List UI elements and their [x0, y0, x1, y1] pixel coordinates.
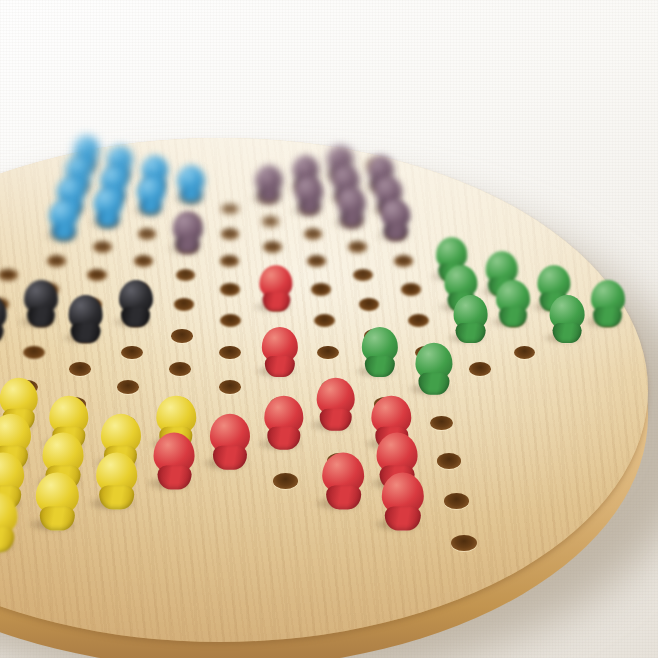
hole[interactable]	[437, 453, 462, 468]
peg-body	[213, 446, 247, 469]
hole[interactable]	[469, 362, 491, 376]
chinese-checkers-photo	[0, 0, 658, 658]
hole[interactable]	[359, 298, 380, 311]
hole[interactable]	[138, 228, 156, 239]
peg-yellow[interactable]	[36, 472, 78, 531]
hole[interactable]	[317, 346, 339, 360]
peg-red[interactable]	[264, 396, 303, 450]
peg-body	[552, 323, 581, 343]
hole[interactable]	[117, 380, 140, 394]
hole[interactable]	[273, 473, 298, 489]
hole[interactable]	[219, 346, 241, 360]
hole[interactable]	[394, 255, 413, 267]
peg-green[interactable]	[550, 295, 585, 343]
hole[interactable]	[69, 362, 91, 376]
hole[interactable]	[314, 314, 335, 327]
hole[interactable]	[311, 283, 331, 295]
peg-body	[384, 223, 409, 240]
hole[interactable]	[221, 204, 238, 215]
peg-body	[157, 466, 191, 490]
hole[interactable]	[220, 255, 239, 267]
peg-red[interactable]	[322, 452, 364, 510]
hole[interactable]	[87, 269, 107, 281]
peg-purple[interactable]	[255, 166, 282, 203]
peg-red[interactable]	[262, 327, 298, 377]
hole[interactable]	[304, 228, 322, 239]
peg-black[interactable]	[68, 295, 103, 343]
hole[interactable]	[221, 228, 239, 239]
hole[interactable]	[169, 362, 191, 376]
peg-body	[71, 323, 100, 343]
peg-body	[456, 323, 485, 343]
peg-green[interactable]	[453, 295, 488, 343]
peg-blue[interactable]	[137, 176, 165, 214]
peg-purple[interactable]	[172, 212, 202, 254]
peg-body	[385, 506, 421, 531]
peg-body	[265, 356, 295, 377]
peg-red[interactable]	[154, 433, 195, 489]
peg-body	[593, 307, 622, 327]
peg-body	[139, 199, 162, 215]
peg-body	[0, 527, 14, 552]
peg-purple[interactable]	[381, 200, 410, 241]
peg-red[interactable]	[381, 472, 423, 531]
peg-green[interactable]	[415, 343, 452, 394]
board-cells	[0, 0, 658, 658]
peg-body	[418, 373, 449, 395]
peg-red[interactable]	[210, 414, 250, 469]
peg-body	[365, 356, 395, 377]
peg-blue[interactable]	[49, 200, 78, 241]
peg-blue[interactable]	[178, 166, 205, 203]
peg-body	[99, 486, 134, 510]
peg-body	[298, 199, 321, 215]
peg-body	[180, 187, 203, 203]
peg-yellow[interactable]	[96, 452, 138, 510]
peg-red[interactable]	[260, 265, 293, 311]
hole[interactable]	[348, 241, 367, 253]
peg-purple[interactable]	[338, 188, 367, 227]
hole[interactable]	[171, 329, 193, 342]
peg-black[interactable]	[119, 280, 153, 327]
hole[interactable]	[176, 269, 196, 281]
hole[interactable]	[307, 255, 326, 267]
hole[interactable]	[408, 314, 429, 327]
hole[interactable]	[401, 283, 421, 295]
peg-green[interactable]	[496, 280, 530, 327]
peg-body	[39, 506, 75, 531]
peg-body	[27, 307, 56, 327]
hole[interactable]	[514, 346, 536, 360]
peg-body	[52, 223, 77, 240]
hole[interactable]	[220, 283, 240, 295]
peg-blue[interactable]	[94, 188, 123, 227]
hole[interactable]	[0, 269, 18, 281]
peg-green[interactable]	[591, 280, 625, 327]
hole[interactable]	[121, 346, 143, 360]
peg-black[interactable]	[24, 280, 58, 327]
peg-body	[319, 409, 351, 431]
peg-green[interactable]	[362, 327, 398, 377]
peg-body	[257, 187, 280, 203]
hole[interactable]	[263, 241, 282, 253]
peg-body	[175, 236, 200, 254]
hole[interactable]	[262, 216, 280, 227]
peg-body	[326, 486, 361, 510]
peg-body	[96, 211, 120, 228]
hole[interactable]	[444, 493, 470, 509]
hole[interactable]	[220, 314, 241, 327]
hole[interactable]	[134, 255, 153, 267]
hole[interactable]	[93, 241, 112, 253]
peg-body	[267, 427, 300, 450]
hole[interactable]	[353, 269, 373, 281]
peg-yellow[interactable]	[0, 492, 18, 552]
peg-body	[340, 211, 364, 228]
peg-red[interactable]	[316, 378, 355, 431]
peg-body	[262, 292, 290, 311]
hole[interactable]	[219, 380, 242, 394]
hole[interactable]	[23, 346, 45, 360]
hole[interactable]	[430, 416, 454, 431]
hole[interactable]	[451, 535, 478, 552]
peg-purple[interactable]	[295, 176, 323, 214]
peg-body	[0, 323, 4, 343]
hole[interactable]	[47, 255, 66, 267]
hole[interactable]	[174, 298, 195, 311]
peg-body	[499, 307, 528, 327]
peg-black[interactable]	[0, 295, 7, 343]
peg-body	[121, 307, 150, 327]
